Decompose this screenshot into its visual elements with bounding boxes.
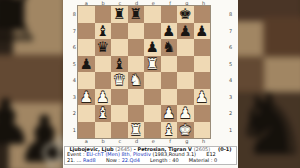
white-rook[interactable]: ♜ — [129, 123, 142, 138]
material-label: Material : — [189, 157, 213, 163]
square-d8[interactable]: ♜ — [128, 6, 145, 23]
rank-label-7: 7 — [229, 23, 239, 40]
next-move-link[interactable]: 22.Qd4 — [122, 157, 140, 163]
square-g8[interactable]: ♚ — [177, 6, 194, 23]
square-a2[interactable] — [78, 105, 95, 122]
square-f4[interactable] — [161, 72, 178, 89]
square-h2[interactable] — [194, 105, 211, 122]
square-c2[interactable] — [111, 105, 128, 122]
square-g6[interactable] — [177, 39, 194, 56]
game-info-box: Ljubojevic, Ljub (2645) - Petrosian, Tig… — [64, 146, 237, 165]
black-pawn[interactable]: ♟ — [80, 57, 93, 72]
length-label: Length : — [150, 157, 171, 163]
square-h6[interactable] — [194, 39, 211, 56]
black-rook[interactable]: ♜ — [113, 7, 126, 22]
file-label-b: b — [95, 139, 112, 144]
square-f6[interactable]: ♞ — [161, 39, 178, 56]
square-c3[interactable] — [111, 89, 128, 106]
file-label-h: h — [195, 139, 212, 144]
rank-label-2: 2 — [66, 105, 76, 122]
rank-label-5: 5 — [66, 56, 76, 73]
square-a3[interactable]: ♟ — [78, 89, 95, 106]
moves-line: 21. ... Rad8 Now : 22.Qd4 Length : 40 Ma… — [65, 158, 236, 163]
square-g2[interactable]: ♟ — [177, 105, 194, 122]
square-c1[interactable] — [111, 122, 128, 139]
square-g3[interactable] — [177, 89, 194, 106]
square-a4[interactable] — [78, 72, 95, 89]
rank-label-3: 3 — [229, 89, 239, 106]
square-f1[interactable]: ♝ — [161, 122, 178, 139]
rank-label-1: 1 — [229, 122, 239, 139]
rank-label-7: 7 — [66, 23, 76, 40]
square-g5[interactable] — [177, 56, 194, 73]
file-label-a: a — [78, 139, 95, 144]
square-f8[interactable] — [161, 6, 178, 23]
chess-board: ♜♜♚♝♟♟♟♛♟♞♟♝♜♛♞♟♟♟♝♟♟♜♝♚ — [78, 6, 210, 138]
square-c5[interactable]: ♝ — [111, 56, 128, 73]
square-h1[interactable] — [194, 122, 211, 139]
black-pawn[interactable]: ♟ — [162, 24, 175, 39]
square-a7[interactable] — [78, 23, 95, 40]
material-value: 0 — [214, 157, 217, 163]
file-label-g: g — [179, 139, 196, 144]
rank-labels-left: 87654321 — [66, 6, 77, 138]
white-pawn[interactable]: ♟ — [195, 90, 208, 105]
white-bishop[interactable]: ♝ — [162, 123, 175, 138]
black-pawn[interactable]: ♟ — [179, 24, 192, 39]
square-b7[interactable]: ♝ — [95, 23, 112, 40]
square-d3[interactable] — [128, 89, 145, 106]
rank-label-2: 2 — [229, 105, 239, 122]
square-b6[interactable]: ♛ — [95, 39, 112, 56]
last-move-number: 21. ... — [67, 157, 81, 163]
white-bishop[interactable]: ♝ — [96, 106, 109, 121]
square-b2[interactable]: ♝ — [95, 105, 112, 122]
square-a8[interactable] — [78, 6, 95, 23]
black-king[interactable]: ♚ — [179, 7, 192, 22]
square-e1[interactable] — [144, 122, 161, 139]
square-e7[interactable] — [144, 23, 161, 40]
white-king[interactable]: ♚ — [179, 123, 192, 138]
square-a1[interactable] — [78, 122, 95, 139]
square-d4[interactable]: ♞ — [128, 72, 145, 89]
square-e6[interactable]: ♟ — [144, 39, 161, 56]
file-labels-bottom: abcdefgh — [78, 139, 212, 144]
file-label-c: c — [112, 139, 129, 144]
file-label-d: d — [128, 139, 145, 144]
chess-viewer-panel: abcdefgh 87654321 ♜♜♚♝♟♟♟♛♟♞♟♝♜♛♞♟♟♟♝♟♟♜… — [63, 0, 238, 168]
square-d7[interactable] — [128, 23, 145, 40]
square-g1[interactable]: ♚ — [177, 122, 194, 139]
rank-label-6: 6 — [66, 39, 76, 56]
rank-label-3: 3 — [66, 89, 76, 106]
black-knight[interactable]: ♞ — [162, 40, 175, 55]
square-b8[interactable] — [95, 6, 112, 23]
length-value: 40 — [172, 157, 178, 163]
square-b4[interactable] — [95, 72, 112, 89]
background-blur-left: ♜ ♟ ♟ ♔ — [0, 0, 63, 168]
square-b5[interactable] — [95, 56, 112, 73]
black-bishop[interactable]: ♝ — [113, 57, 126, 72]
black-pawn[interactable]: ♟ — [195, 24, 208, 39]
square-c8[interactable]: ♜ — [111, 6, 128, 23]
square-f2[interactable]: ♟ — [161, 105, 178, 122]
square-d1[interactable]: ♜ — [128, 122, 145, 139]
rank-label-6: 6 — [229, 39, 239, 56]
letterbox-dim-overlay — [0, 0, 63, 168]
square-c4[interactable]: ♛ — [111, 72, 128, 89]
square-b3[interactable]: ♟ — [95, 89, 112, 106]
square-h7[interactable]: ♟ — [194, 23, 211, 40]
square-h5[interactable] — [194, 56, 211, 73]
square-d2[interactable] — [128, 105, 145, 122]
game-result: (0-1) — [218, 146, 232, 152]
rank-label-4: 4 — [229, 72, 239, 89]
white-pawn[interactable]: ♟ — [162, 106, 175, 121]
square-a6[interactable] — [78, 39, 95, 56]
black-queen[interactable]: ♛ — [96, 40, 109, 55]
white-pawn[interactable]: ♟ — [179, 106, 192, 121]
white-pawn[interactable]: ♟ — [80, 90, 93, 105]
square-a5[interactable]: ♟ — [78, 56, 95, 73]
square-f3[interactable] — [161, 89, 178, 106]
square-f7[interactable]: ♟ — [161, 23, 178, 40]
square-h8[interactable] — [194, 6, 211, 23]
square-h3[interactable]: ♟ — [194, 89, 211, 106]
black-bishop[interactable]: ♝ — [96, 24, 109, 39]
square-g7[interactable]: ♟ — [177, 23, 194, 40]
white-pawn[interactable]: ♟ — [96, 90, 109, 105]
last-move-link[interactable]: Rad8 — [83, 157, 96, 163]
file-label-f: f — [162, 139, 179, 144]
square-d6[interactable] — [128, 39, 145, 56]
black-rook[interactable]: ♜ — [129, 7, 142, 22]
black-pawn[interactable]: ♟ — [146, 40, 159, 55]
square-e3[interactable] — [144, 89, 161, 106]
square-g4[interactable] — [177, 72, 194, 89]
square-d5[interactable] — [128, 56, 145, 73]
white-queen[interactable]: ♛ — [113, 73, 126, 88]
square-h4[interactable] — [194, 72, 211, 89]
rank-label-8: 8 — [229, 6, 239, 23]
square-f5[interactable] — [161, 56, 178, 73]
rank-label-8: 8 — [66, 6, 76, 23]
square-c7[interactable] — [111, 23, 128, 40]
next-move-label: Now : — [106, 157, 120, 163]
white-knight[interactable]: ♞ — [129, 73, 142, 88]
background-blur-right: ♞ — [238, 0, 300, 168]
square-e5[interactable]: ♜ — [144, 56, 161, 73]
rank-label-1: 1 — [66, 122, 76, 139]
rank-label-5: 5 — [229, 56, 239, 73]
square-c6[interactable] — [111, 39, 128, 56]
square-e2[interactable] — [144, 105, 161, 122]
square-b1[interactable] — [95, 122, 112, 139]
rank-labels-right: 87654321 — [228, 6, 239, 138]
rank-label-4: 4 — [66, 72, 76, 89]
square-e8[interactable] — [144, 6, 161, 23]
letterbox-dim-overlay — [238, 0, 300, 168]
file-label-e: e — [145, 139, 162, 144]
white-rook[interactable]: ♜ — [146, 57, 159, 72]
square-e4[interactable] — [144, 72, 161, 89]
